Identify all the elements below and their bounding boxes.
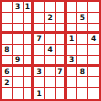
cell-r6c3[interactable] (24, 56, 35, 67)
cell-r3c6[interactable] (56, 24, 67, 35)
cell-r2c8[interactable]: 5 (77, 13, 88, 24)
cell-r2c1[interactable] (2, 13, 13, 24)
cell-r5c2[interactable] (13, 45, 24, 56)
cell-r1c7[interactable] (67, 2, 78, 13)
cell-r5c9[interactable] (88, 45, 99, 56)
cell-r1c5[interactable] (45, 2, 56, 13)
given-digit: 3 (69, 56, 74, 64)
cell-r3c1[interactable] (2, 24, 13, 35)
cell-r6c8[interactable] (77, 56, 88, 67)
cell-r7c5[interactable] (45, 67, 56, 78)
cell-r4c5[interactable] (45, 34, 56, 45)
given-digit: 9 (15, 56, 20, 64)
cell-r4c3[interactable] (24, 34, 35, 45)
given-digit: 6 (4, 68, 9, 76)
given-digit: 1 (37, 90, 42, 98)
cell-r9c5[interactable] (45, 88, 56, 99)
given-digit: 4 (91, 35, 96, 43)
cell-r4c2[interactable] (13, 34, 24, 45)
cell-r4c8[interactable] (77, 34, 88, 45)
cell-r9c8[interactable] (77, 88, 88, 99)
cell-r7c3[interactable] (24, 67, 35, 78)
given-digit: 1 (69, 35, 74, 43)
cell-r7c2[interactable] (13, 67, 24, 78)
cell-r4c1[interactable] (2, 34, 13, 45)
cell-r5c4[interactable] (34, 45, 45, 56)
cell-r9c1[interactable] (2, 88, 13, 99)
cell-r8c5[interactable] (45, 77, 56, 88)
cell-r8c1[interactable]: 2 (2, 77, 13, 88)
cell-r6c6[interactable] (56, 56, 67, 67)
cell-r9c9[interactable] (88, 88, 99, 99)
cell-r6c1[interactable] (2, 56, 13, 67)
cell-r2c3[interactable] (24, 13, 35, 24)
cell-r4c9[interactable]: 4 (88, 34, 99, 45)
given-digit: 3 (37, 68, 42, 76)
cell-r1c8[interactable] (77, 2, 88, 13)
cell-r6c4[interactable] (34, 56, 45, 67)
given-digit: 7 (57, 68, 62, 76)
cell-r8c9[interactable] (88, 77, 99, 88)
cell-r5c7[interactable] (67, 45, 78, 56)
cell-r5c1[interactable]: 8 (2, 45, 13, 56)
cell-r2c4[interactable] (34, 13, 45, 24)
cell-r1c6[interactable] (56, 2, 67, 13)
cell-r4c7[interactable]: 1 (67, 34, 78, 45)
cell-r7c8[interactable]: 8 (77, 67, 88, 78)
cell-r7c9[interactable] (88, 67, 99, 78)
cell-r9c6[interactable] (56, 88, 67, 99)
given-digit: 8 (80, 68, 85, 76)
cell-r7c4[interactable]: 3 (34, 67, 45, 78)
cell-r5c5[interactable]: 4 (45, 45, 56, 56)
cell-r8c6[interactable] (56, 77, 67, 88)
cell-r8c2[interactable] (13, 77, 24, 88)
given-digit: 4 (47, 46, 52, 54)
cell-r1c4[interactable] (34, 2, 45, 13)
cell-r8c3[interactable] (24, 77, 35, 88)
cell-r6c7[interactable]: 3 (67, 56, 78, 67)
cell-r2c9[interactable] (88, 13, 99, 24)
given-digit: 2 (4, 79, 9, 87)
given-digit: 7 (37, 35, 42, 43)
cell-r9c3[interactable] (24, 88, 35, 99)
cell-r3c8[interactable] (77, 24, 88, 35)
cell-r8c7[interactable] (67, 77, 78, 88)
cell-r2c7[interactable] (67, 13, 78, 24)
given-digit: 2 (47, 14, 52, 22)
given-digit: 1 (25, 3, 30, 11)
sudoku-board: 31257148493637821 (0, 0, 101, 101)
cell-r1c9[interactable] (88, 2, 99, 13)
cell-r2c6[interactable] (56, 13, 67, 24)
cell-r3c2[interactable] (13, 24, 24, 35)
cell-r8c4[interactable] (34, 77, 45, 88)
cell-r3c5[interactable] (45, 24, 56, 35)
given-digit: 3 (15, 3, 20, 11)
cell-r5c8[interactable] (77, 45, 88, 56)
cell-r3c4[interactable] (34, 24, 45, 35)
cell-r1c3[interactable]: 1 (24, 2, 35, 13)
cell-r9c7[interactable] (67, 88, 78, 99)
cell-r1c1[interactable] (2, 2, 13, 13)
cell-r3c7[interactable] (67, 24, 78, 35)
cell-r7c6[interactable]: 7 (56, 67, 67, 78)
cell-r3c3[interactable] (24, 24, 35, 35)
cell-r4c4[interactable]: 7 (34, 34, 45, 45)
cell-r1c2[interactable]: 3 (13, 2, 24, 13)
cell-r7c7[interactable] (67, 67, 78, 78)
cell-r9c4[interactable]: 1 (34, 88, 45, 99)
cell-r4c6[interactable] (56, 34, 67, 45)
cell-r2c5[interactable]: 2 (45, 13, 56, 24)
cell-r6c5[interactable] (45, 56, 56, 67)
given-digit: 8 (4, 46, 9, 54)
given-digit: 5 (80, 14, 85, 22)
cell-r6c2[interactable]: 9 (13, 56, 24, 67)
cell-r6c9[interactable] (88, 56, 99, 67)
cell-r2c2[interactable] (13, 13, 24, 24)
cell-r3c9[interactable] (88, 24, 99, 35)
cell-r9c2[interactable] (13, 88, 24, 99)
cell-r8c8[interactable] (77, 77, 88, 88)
cell-r7c1[interactable]: 6 (2, 67, 13, 78)
cell-r5c6[interactable] (56, 45, 67, 56)
cell-r5c3[interactable] (24, 45, 35, 56)
